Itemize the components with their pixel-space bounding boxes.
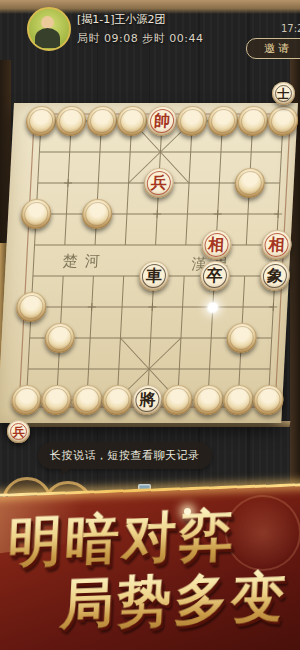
piece-ring bbox=[59, 109, 84, 133]
piece-character: 象 bbox=[267, 268, 284, 284]
invite-button[interactable]: 邀请 bbox=[246, 38, 300, 59]
piece-character: 將 bbox=[139, 392, 156, 408]
piece-ring bbox=[14, 388, 39, 412]
voice-chat-hint[interactable]: 长按说话，短按查看聊天记录 bbox=[38, 442, 212, 469]
piece-character: 相 bbox=[268, 237, 285, 253]
piece-ring bbox=[256, 388, 281, 412]
avatar-body bbox=[35, 28, 60, 48]
avatar[interactable] bbox=[27, 7, 71, 51]
piece-ring bbox=[28, 109, 53, 133]
piece-ring bbox=[229, 326, 254, 350]
system-clock: 17:2 bbox=[281, 23, 300, 34]
piece-character: 兵 bbox=[150, 175, 167, 191]
piece-ring bbox=[165, 388, 190, 412]
piece-ring bbox=[47, 326, 72, 350]
piece-ring bbox=[105, 388, 130, 412]
piece-ring bbox=[195, 388, 220, 412]
piece-ring bbox=[270, 109, 295, 133]
banner-title-line2: 局势多变 bbox=[58, 561, 290, 642]
piece-ring bbox=[19, 295, 44, 319]
piece-character: 兵 bbox=[13, 426, 25, 438]
piece-ring bbox=[74, 388, 99, 412]
piece-character: 帥 bbox=[154, 113, 171, 129]
piece-ring bbox=[44, 388, 69, 412]
piece-ring bbox=[226, 388, 251, 412]
piece-ring bbox=[24, 202, 49, 226]
piece-ring bbox=[180, 109, 205, 133]
piece-ring bbox=[84, 202, 109, 226]
piece-ring bbox=[210, 109, 235, 133]
move-indicator-dot[interactable] bbox=[208, 303, 217, 312]
piece-ring bbox=[237, 171, 262, 195]
piece-士[interactable]: 士 bbox=[272, 82, 295, 105]
piece-character: 車 bbox=[146, 268, 163, 284]
app-screen: [揭1-1]王小源2团 局时 09:08 步时 00:44 17:2 邀请 楚河… bbox=[0, 0, 300, 650]
river-label-left: 楚河 bbox=[62, 252, 107, 270]
piece-ring bbox=[240, 109, 265, 133]
piece-character: 士 bbox=[278, 88, 290, 100]
piece-character: 卒 bbox=[206, 268, 223, 284]
sparkle-glint bbox=[184, 508, 191, 515]
piece-ring bbox=[89, 109, 114, 133]
piece-ring bbox=[119, 109, 144, 133]
piece-兵[interactable]: 兵 bbox=[7, 420, 30, 443]
game-timers: 局时 09:08 步时 00:44 bbox=[77, 31, 203, 46]
xiangqi-board[interactable]: 楚河 漢界 帥兵相相車卒象將 bbox=[0, 103, 298, 423]
header: [揭1-1]王小源2团 局时 09:08 步时 00:44 17:2 邀请 bbox=[0, 0, 300, 60]
player-name: [揭1-1]王小源2团 bbox=[77, 12, 166, 27]
piece-character: 相 bbox=[208, 237, 225, 253]
